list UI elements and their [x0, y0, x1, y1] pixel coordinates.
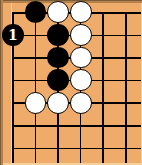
intersection[interactable]	[24, 114, 47, 137]
board-grid: 1	[2, 1, 138, 159]
intersection	[47, 1, 70, 24]
intersection	[69, 46, 92, 69]
intersection	[69, 24, 92, 47]
black-stone: 1	[2, 24, 24, 46]
intersection[interactable]	[24, 137, 47, 160]
board-edge-highlight-bottom	[3, 163, 142, 165]
intersection[interactable]	[2, 137, 25, 160]
intersection[interactable]	[2, 91, 25, 114]
intersection[interactable]	[47, 137, 70, 160]
white-stone	[25, 92, 47, 114]
intersection[interactable]	[115, 91, 138, 114]
intersection[interactable]	[92, 91, 115, 114]
intersection[interactable]	[115, 24, 138, 47]
intersection	[24, 1, 47, 24]
intersection	[47, 46, 70, 69]
black-stone	[47, 24, 69, 46]
black-stone	[47, 69, 69, 91]
intersection[interactable]	[69, 114, 92, 137]
intersection[interactable]	[115, 137, 138, 160]
intersection[interactable]	[92, 1, 115, 24]
intersection[interactable]	[115, 46, 138, 69]
intersection[interactable]	[2, 46, 25, 69]
intersection[interactable]	[69, 137, 92, 160]
intersection[interactable]	[92, 69, 115, 92]
intersection[interactable]	[115, 1, 138, 24]
black-stone	[25, 1, 47, 23]
intersection	[47, 91, 70, 114]
intersection	[47, 24, 70, 47]
intersection[interactable]	[2, 114, 25, 137]
intersection[interactable]	[115, 69, 138, 92]
intersection[interactable]	[92, 46, 115, 69]
intersection[interactable]	[47, 114, 70, 137]
intersection	[69, 91, 92, 114]
white-stone	[70, 92, 92, 114]
intersection[interactable]	[2, 1, 25, 24]
white-stone	[47, 1, 69, 23]
intersection[interactable]	[24, 46, 47, 69]
intersection	[69, 1, 92, 24]
intersection[interactable]	[92, 24, 115, 47]
white-stone	[70, 69, 92, 91]
intersection[interactable]	[92, 114, 115, 137]
intersection[interactable]	[2, 69, 25, 92]
white-stone	[70, 47, 92, 69]
go-board-diagram: 1	[0, 0, 142, 165]
white-stone	[47, 92, 69, 114]
intersection	[69, 69, 92, 92]
intersection	[24, 91, 47, 114]
white-stone	[70, 1, 92, 23]
intersection: 1	[2, 24, 25, 47]
board-edge-highlight-right	[141, 3, 142, 165]
intersection[interactable]	[24, 24, 47, 47]
intersection[interactable]	[92, 137, 115, 160]
intersection[interactable]	[115, 114, 138, 137]
move-number-label: 1	[8, 27, 18, 41]
black-stone	[47, 47, 69, 69]
white-stone	[70, 24, 92, 46]
intersection[interactable]	[24, 69, 47, 92]
intersection	[47, 69, 70, 92]
